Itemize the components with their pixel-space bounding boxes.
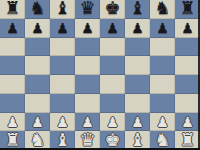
square-c7[interactable]: ♟ xyxy=(50,19,75,38)
square-g1[interactable]: ♞ xyxy=(150,131,175,150)
square-d4[interactable] xyxy=(75,75,100,94)
square-c1[interactable]: ♝ xyxy=(50,131,75,150)
square-g4[interactable] xyxy=(150,75,175,94)
piece-black-pawn[interactable]: ♟ xyxy=(56,21,69,35)
square-d8[interactable]: ♛ xyxy=(75,0,100,19)
square-h3[interactable] xyxy=(175,94,200,113)
square-h2[interactable]: ♟ xyxy=(175,113,200,132)
square-a5[interactable] xyxy=(0,56,25,75)
chess-board-window: ♜♞♝♛♚♝♞♜♟♟♟♟♟♟♟♟♟♟♟♟♟♟♟♟♜♞♝♛♚♝♞♜ xyxy=(0,0,200,150)
square-f5[interactable] xyxy=(125,56,150,75)
piece-black-pawn[interactable]: ♟ xyxy=(106,21,119,35)
piece-black-rook[interactable]: ♜ xyxy=(4,0,20,17)
square-f3[interactable] xyxy=(125,94,150,113)
square-d1[interactable]: ♛ xyxy=(75,131,100,150)
square-h8[interactable]: ♜ xyxy=(175,0,200,19)
square-b4[interactable] xyxy=(25,75,50,94)
square-e4[interactable] xyxy=(100,75,125,94)
piece-black-pawn[interactable]: ♟ xyxy=(6,21,19,35)
square-b1[interactable]: ♞ xyxy=(25,131,50,150)
square-a4[interactable] xyxy=(0,75,25,94)
square-f1[interactable]: ♝ xyxy=(125,131,150,150)
square-g8[interactable]: ♞ xyxy=(150,0,175,19)
piece-black-knight[interactable]: ♞ xyxy=(29,0,45,17)
piece-white-rook[interactable]: ♜ xyxy=(4,131,20,148)
piece-black-knight[interactable]: ♞ xyxy=(154,0,170,17)
square-a8[interactable]: ♜ xyxy=(0,0,25,19)
square-d7[interactable]: ♟ xyxy=(75,19,100,38)
piece-white-knight[interactable]: ♞ xyxy=(29,131,45,148)
square-g6[interactable] xyxy=(150,38,175,57)
square-h1[interactable]: ♜ xyxy=(175,131,200,150)
square-c2[interactable]: ♟ xyxy=(50,113,75,132)
piece-white-rook[interactable]: ♜ xyxy=(179,131,195,148)
square-e5[interactable] xyxy=(100,56,125,75)
square-e1[interactable]: ♚ xyxy=(100,131,125,150)
piece-black-queen[interactable]: ♛ xyxy=(79,0,95,17)
square-f7[interactable]: ♟ xyxy=(125,19,150,38)
square-a7[interactable]: ♟ xyxy=(0,19,25,38)
square-b6[interactable] xyxy=(25,38,50,57)
square-h5[interactable] xyxy=(175,56,200,75)
square-c8[interactable]: ♝ xyxy=(50,0,75,19)
piece-white-pawn[interactable]: ♟ xyxy=(131,115,144,129)
square-b5[interactable] xyxy=(25,56,50,75)
square-a2[interactable]: ♟ xyxy=(0,113,25,132)
piece-white-pawn[interactable]: ♟ xyxy=(106,115,119,129)
square-g5[interactable] xyxy=(150,56,175,75)
piece-black-pawn[interactable]: ♟ xyxy=(156,21,169,35)
square-h7[interactable]: ♟ xyxy=(175,19,200,38)
square-b7[interactable]: ♟ xyxy=(25,19,50,38)
square-e3[interactable] xyxy=(100,94,125,113)
piece-black-pawn[interactable]: ♟ xyxy=(131,21,144,35)
piece-black-pawn[interactable]: ♟ xyxy=(181,21,194,35)
piece-black-bishop[interactable]: ♝ xyxy=(129,0,145,17)
square-a1[interactable]: ♜ xyxy=(0,131,25,150)
square-f2[interactable]: ♟ xyxy=(125,113,150,132)
square-b2[interactable]: ♟ xyxy=(25,113,50,132)
piece-white-pawn[interactable]: ♟ xyxy=(181,115,194,129)
piece-black-rook[interactable]: ♜ xyxy=(179,0,195,17)
square-g3[interactable] xyxy=(150,94,175,113)
chess-board: ♜♞♝♛♚♝♞♜♟♟♟♟♟♟♟♟♟♟♟♟♟♟♟♟♜♞♝♛♚♝♞♜ xyxy=(0,0,200,150)
piece-white-pawn[interactable]: ♟ xyxy=(56,115,69,129)
piece-white-pawn[interactable]: ♟ xyxy=(6,115,19,129)
piece-white-bishop[interactable]: ♝ xyxy=(54,131,70,148)
square-c6[interactable] xyxy=(50,38,75,57)
square-f8[interactable]: ♝ xyxy=(125,0,150,19)
square-g7[interactable]: ♟ xyxy=(150,19,175,38)
square-d5[interactable] xyxy=(75,56,100,75)
square-a6[interactable] xyxy=(0,38,25,57)
square-b8[interactable]: ♞ xyxy=(25,0,50,19)
square-h6[interactable] xyxy=(175,38,200,57)
square-a3[interactable] xyxy=(0,94,25,113)
square-g2[interactable]: ♟ xyxy=(150,113,175,132)
piece-white-knight[interactable]: ♞ xyxy=(154,131,170,148)
square-e7[interactable]: ♟ xyxy=(100,19,125,38)
square-b3[interactable] xyxy=(25,94,50,113)
piece-white-pawn[interactable]: ♟ xyxy=(31,115,44,129)
square-d6[interactable] xyxy=(75,38,100,57)
square-c5[interactable] xyxy=(50,56,75,75)
piece-black-king[interactable]: ♚ xyxy=(104,0,120,17)
square-h4[interactable] xyxy=(175,75,200,94)
square-c3[interactable] xyxy=(50,94,75,113)
square-f4[interactable] xyxy=(125,75,150,94)
piece-black-bishop[interactable]: ♝ xyxy=(54,0,70,17)
square-e2[interactable]: ♟ xyxy=(100,113,125,132)
piece-white-queen[interactable]: ♛ xyxy=(79,131,95,148)
piece-white-bishop[interactable]: ♝ xyxy=(129,131,145,148)
square-e6[interactable] xyxy=(100,38,125,57)
square-d2[interactable]: ♟ xyxy=(75,113,100,132)
square-f6[interactable] xyxy=(125,38,150,57)
piece-white-pawn[interactable]: ♟ xyxy=(81,115,94,129)
square-e8[interactable]: ♚ xyxy=(100,0,125,19)
piece-black-pawn[interactable]: ♟ xyxy=(31,21,44,35)
piece-white-king[interactable]: ♚ xyxy=(104,131,120,148)
square-d3[interactable] xyxy=(75,94,100,113)
piece-white-pawn[interactable]: ♟ xyxy=(156,115,169,129)
square-c4[interactable] xyxy=(50,75,75,94)
piece-black-pawn[interactable]: ♟ xyxy=(81,21,94,35)
